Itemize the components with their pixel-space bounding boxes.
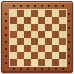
square-e2[interactable] xyxy=(38,52,45,59)
rank-label-8 xyxy=(4,10,8,17)
square-h6[interactable] xyxy=(59,24,66,31)
square-g2[interactable] xyxy=(52,52,59,59)
rank-label-4 xyxy=(4,38,8,45)
rank-label-3 xyxy=(4,45,8,52)
square-d6[interactable] xyxy=(31,24,38,31)
square-a5[interactable] xyxy=(10,31,17,38)
file-label-mark-c xyxy=(27,68,29,70)
square-f5[interactable] xyxy=(45,31,52,38)
square-a3[interactable] xyxy=(10,45,17,52)
chessboard xyxy=(1,1,73,73)
square-h3[interactable] xyxy=(59,45,66,52)
file-label-mark-h xyxy=(62,68,64,70)
file-label-b xyxy=(17,4,24,8)
file-label-h xyxy=(59,67,66,71)
file-label-mark-g xyxy=(55,5,57,7)
square-e4[interactable] xyxy=(38,38,45,45)
square-g5[interactable] xyxy=(52,31,59,38)
file-label-g xyxy=(52,4,59,8)
board-field xyxy=(9,9,67,67)
rank-label-6 xyxy=(67,24,71,31)
square-a2[interactable] xyxy=(10,52,17,59)
file-label-h xyxy=(59,4,66,8)
rank-label-mark-3 xyxy=(5,48,7,50)
square-c6[interactable] xyxy=(24,24,31,31)
file-label-c xyxy=(24,4,31,8)
rank-label-5 xyxy=(4,31,8,38)
file-label-mark-c xyxy=(27,5,29,7)
square-d7[interactable] xyxy=(31,17,38,24)
square-g8[interactable] xyxy=(52,10,59,17)
rank-label-mark-6 xyxy=(5,27,7,29)
rank-label-6 xyxy=(4,24,8,31)
square-e6[interactable] xyxy=(38,24,45,31)
file-label-f xyxy=(45,4,52,8)
square-a7[interactable] xyxy=(10,17,17,24)
file-label-d xyxy=(31,67,38,71)
square-g7[interactable] xyxy=(52,17,59,24)
file-label-mark-g xyxy=(55,68,57,70)
file-label-a xyxy=(10,4,17,8)
square-g6[interactable] xyxy=(52,24,59,31)
square-c4[interactable] xyxy=(24,38,31,45)
square-b7[interactable] xyxy=(17,17,24,24)
square-a8[interactable] xyxy=(10,10,17,17)
rank-label-1 xyxy=(67,59,71,66)
rank-label-7 xyxy=(4,17,8,24)
square-c1[interactable] xyxy=(24,59,31,66)
rank-label-mark-2 xyxy=(68,55,70,57)
square-b6[interactable] xyxy=(17,24,24,31)
rank-label-mark-6 xyxy=(68,27,70,29)
rank-label-mark-5 xyxy=(68,34,70,36)
square-h1[interactable] xyxy=(59,59,66,66)
square-d3[interactable] xyxy=(31,45,38,52)
square-c2[interactable] xyxy=(24,52,31,59)
square-d5[interactable] xyxy=(31,31,38,38)
square-a1[interactable] xyxy=(10,59,17,66)
square-f7[interactable] xyxy=(45,17,52,24)
rank-label-mark-7 xyxy=(5,20,7,22)
square-a6[interactable] xyxy=(10,24,17,31)
file-label-mark-f xyxy=(48,5,50,7)
square-d1[interactable] xyxy=(31,59,38,66)
file-labels-bottom xyxy=(10,67,66,71)
file-labels-top xyxy=(10,4,66,8)
rank-label-2 xyxy=(4,52,8,59)
file-label-a xyxy=(10,67,17,71)
file-label-g xyxy=(52,67,59,71)
file-label-mark-d xyxy=(34,5,36,7)
square-b4[interactable] xyxy=(17,38,24,45)
square-h4[interactable] xyxy=(59,38,66,45)
file-label-b xyxy=(17,67,24,71)
square-b5[interactable] xyxy=(17,31,24,38)
file-label-mark-f xyxy=(48,68,50,70)
rank-label-3 xyxy=(67,45,71,52)
square-d4[interactable] xyxy=(31,38,38,45)
square-b2[interactable] xyxy=(17,52,24,59)
file-label-e xyxy=(38,4,45,8)
rank-label-mark-2 xyxy=(5,55,7,57)
square-c3[interactable] xyxy=(24,45,31,52)
square-d2[interactable] xyxy=(31,52,38,59)
rank-labels-right xyxy=(67,10,71,66)
square-f8[interactable] xyxy=(45,10,52,17)
rank-label-5 xyxy=(67,31,71,38)
square-d8[interactable] xyxy=(31,10,38,17)
square-e5[interactable] xyxy=(38,31,45,38)
file-label-c xyxy=(24,67,31,71)
file-label-f xyxy=(45,67,52,71)
rank-label-mark-1 xyxy=(68,62,70,64)
rank-label-2 xyxy=(67,52,71,59)
file-label-e xyxy=(38,67,45,71)
square-b3[interactable] xyxy=(17,45,24,52)
square-f4[interactable] xyxy=(45,38,52,45)
square-f6[interactable] xyxy=(45,24,52,31)
file-label-mark-b xyxy=(20,5,22,7)
rank-label-4 xyxy=(67,38,71,45)
square-h7[interactable] xyxy=(59,17,66,24)
square-g4[interactable] xyxy=(52,38,59,45)
file-label-mark-d xyxy=(34,68,36,70)
square-h8[interactable] xyxy=(59,10,66,17)
rank-labels-left xyxy=(4,10,8,66)
file-label-mark-a xyxy=(13,5,15,7)
square-c8[interactable] xyxy=(24,10,31,17)
file-label-mark-a xyxy=(13,68,15,70)
square-e3[interactable] xyxy=(38,45,45,52)
square-g1[interactable] xyxy=(52,59,59,66)
rank-label-mark-8 xyxy=(5,13,7,15)
rank-label-mark-7 xyxy=(68,20,70,22)
file-label-mark-b xyxy=(20,68,22,70)
square-b1[interactable] xyxy=(17,59,24,66)
square-a4[interactable] xyxy=(10,38,17,45)
square-g3[interactable] xyxy=(52,45,59,52)
rank-label-mark-5 xyxy=(5,34,7,36)
file-label-d xyxy=(31,4,38,8)
rank-label-mark-3 xyxy=(68,48,70,50)
rank-label-mark-1 xyxy=(5,62,7,64)
square-h5[interactable] xyxy=(59,31,66,38)
square-f1[interactable] xyxy=(45,59,52,66)
rank-label-1 xyxy=(4,59,8,66)
square-f3[interactable] xyxy=(45,45,52,52)
square-c5[interactable] xyxy=(24,31,31,38)
square-c7[interactable] xyxy=(24,17,31,24)
file-label-mark-e xyxy=(41,5,43,7)
square-h2[interactable] xyxy=(59,52,66,59)
square-e8[interactable] xyxy=(38,10,45,17)
file-label-mark-e xyxy=(41,68,43,70)
rank-label-7 xyxy=(67,17,71,24)
square-b8[interactable] xyxy=(17,10,24,17)
square-e7[interactable] xyxy=(38,17,45,24)
square-f2[interactable] xyxy=(45,52,52,59)
rank-label-mark-4 xyxy=(68,41,70,43)
rank-label-mark-8 xyxy=(68,13,70,15)
file-label-mark-h xyxy=(62,5,64,7)
rank-label-mark-4 xyxy=(5,41,7,43)
rank-label-8 xyxy=(67,10,71,17)
square-e1[interactable] xyxy=(38,59,45,66)
